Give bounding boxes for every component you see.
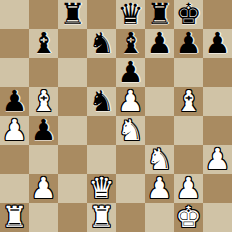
square-h6[interactable] bbox=[203, 58, 232, 87]
piece-black-rook[interactable]: ♜ bbox=[147, 0, 173, 29]
square-h1[interactable] bbox=[203, 203, 232, 232]
square-a2[interactable] bbox=[0, 174, 29, 203]
piece-black-knight[interactable]: ♞ bbox=[89, 87, 115, 116]
piece-black-pawn[interactable]: ♟ bbox=[118, 58, 144, 87]
square-d5[interactable]: ♞ bbox=[87, 87, 116, 116]
piece-black-queen[interactable]: ♛ bbox=[118, 0, 144, 29]
square-b2[interactable]: ♟ bbox=[29, 174, 58, 203]
square-h5[interactable] bbox=[203, 87, 232, 116]
piece-white-bishop[interactable]: ♝ bbox=[31, 87, 57, 116]
square-c4[interactable] bbox=[58, 116, 87, 145]
square-e1[interactable] bbox=[116, 203, 145, 232]
piece-black-pawn[interactable]: ♟ bbox=[147, 29, 173, 58]
square-g2[interactable]: ♟ bbox=[174, 174, 203, 203]
square-e7[interactable]: ♝ bbox=[116, 29, 145, 58]
square-g4[interactable] bbox=[174, 116, 203, 145]
square-e2[interactable] bbox=[116, 174, 145, 203]
square-a4[interactable]: ♟ bbox=[0, 116, 29, 145]
square-b8[interactable] bbox=[29, 0, 58, 29]
square-e4[interactable]: ♞ bbox=[116, 116, 145, 145]
square-f8[interactable]: ♜ bbox=[145, 0, 174, 29]
square-f2[interactable]: ♟ bbox=[145, 174, 174, 203]
square-d3[interactable] bbox=[87, 145, 116, 174]
piece-black-bishop[interactable]: ♝ bbox=[31, 29, 57, 58]
square-h7[interactable]: ♟ bbox=[203, 29, 232, 58]
square-d6[interactable] bbox=[87, 58, 116, 87]
square-e8[interactable]: ♛ bbox=[116, 0, 145, 29]
square-h2[interactable] bbox=[203, 174, 232, 203]
square-d2[interactable]: ♛ bbox=[87, 174, 116, 203]
square-a8[interactable] bbox=[0, 0, 29, 29]
square-f6[interactable] bbox=[145, 58, 174, 87]
square-b6[interactable] bbox=[29, 58, 58, 87]
piece-black-pawn[interactable]: ♟ bbox=[205, 29, 231, 58]
piece-white-pawn[interactable]: ♟ bbox=[2, 116, 28, 145]
square-a6[interactable] bbox=[0, 58, 29, 87]
piece-black-knight[interactable]: ♞ bbox=[89, 29, 115, 58]
square-b3[interactable] bbox=[29, 145, 58, 174]
square-f4[interactable] bbox=[145, 116, 174, 145]
square-b5[interactable]: ♝ bbox=[29, 87, 58, 116]
piece-white-pawn[interactable]: ♟ bbox=[147, 174, 173, 203]
piece-white-rook[interactable]: ♜ bbox=[2, 203, 28, 232]
square-g5[interactable]: ♝ bbox=[174, 87, 203, 116]
square-a7[interactable] bbox=[0, 29, 29, 58]
square-g8[interactable]: ♚ bbox=[174, 0, 203, 29]
square-e3[interactable] bbox=[116, 145, 145, 174]
square-d4[interactable] bbox=[87, 116, 116, 145]
piece-white-pawn[interactable]: ♟ bbox=[176, 174, 202, 203]
piece-white-queen[interactable]: ♛ bbox=[89, 174, 115, 203]
square-b4[interactable]: ♟ bbox=[29, 116, 58, 145]
square-d1[interactable]: ♜ bbox=[87, 203, 116, 232]
square-a3[interactable] bbox=[0, 145, 29, 174]
square-f3[interactable]: ♞ bbox=[145, 145, 174, 174]
square-h8[interactable] bbox=[203, 0, 232, 29]
square-g6[interactable] bbox=[174, 58, 203, 87]
piece-white-knight[interactable]: ♞ bbox=[118, 116, 144, 145]
square-c2[interactable] bbox=[58, 174, 87, 203]
square-c5[interactable] bbox=[58, 87, 87, 116]
square-f1[interactable] bbox=[145, 203, 174, 232]
square-c1[interactable] bbox=[58, 203, 87, 232]
piece-white-pawn[interactable]: ♟ bbox=[118, 87, 144, 116]
square-h3[interactable]: ♟ bbox=[203, 145, 232, 174]
piece-white-pawn[interactable]: ♟ bbox=[205, 145, 231, 174]
square-c6[interactable] bbox=[58, 58, 87, 87]
square-b1[interactable] bbox=[29, 203, 58, 232]
square-c8[interactable]: ♜ bbox=[58, 0, 87, 29]
square-c7[interactable] bbox=[58, 29, 87, 58]
square-d7[interactable]: ♞ bbox=[87, 29, 116, 58]
chess-board: ♜♛♜♚♝♞♝♟♟♟♟♟♝♞♟♝♟♟♞♞♟♟♛♟♟♜♜♚ bbox=[0, 0, 232, 232]
piece-white-rook[interactable]: ♜ bbox=[89, 203, 115, 232]
piece-white-king[interactable]: ♚ bbox=[176, 203, 202, 232]
piece-white-pawn[interactable]: ♟ bbox=[31, 174, 57, 203]
square-e6[interactable]: ♟ bbox=[116, 58, 145, 87]
square-g3[interactable] bbox=[174, 145, 203, 174]
piece-black-pawn[interactable]: ♟ bbox=[176, 29, 202, 58]
square-b7[interactable]: ♝ bbox=[29, 29, 58, 58]
piece-white-knight[interactable]: ♞ bbox=[147, 145, 173, 174]
piece-black-pawn[interactable]: ♟ bbox=[2, 87, 28, 116]
square-a1[interactable]: ♜ bbox=[0, 203, 29, 232]
square-h4[interactable] bbox=[203, 116, 232, 145]
piece-black-king[interactable]: ♚ bbox=[176, 0, 202, 29]
square-a5[interactable]: ♟ bbox=[0, 87, 29, 116]
square-f7[interactable]: ♟ bbox=[145, 29, 174, 58]
square-f5[interactable] bbox=[145, 87, 174, 116]
piece-white-bishop[interactable]: ♝ bbox=[176, 87, 202, 116]
square-g1[interactable]: ♚ bbox=[174, 203, 203, 232]
square-g7[interactable]: ♟ bbox=[174, 29, 203, 58]
square-e5[interactable]: ♟ bbox=[116, 87, 145, 116]
piece-black-pawn[interactable]: ♟ bbox=[31, 116, 57, 145]
square-d8[interactable] bbox=[87, 0, 116, 29]
piece-black-rook[interactable]: ♜ bbox=[60, 0, 86, 29]
square-c3[interactable] bbox=[58, 145, 87, 174]
piece-black-bishop[interactable]: ♝ bbox=[118, 29, 144, 58]
